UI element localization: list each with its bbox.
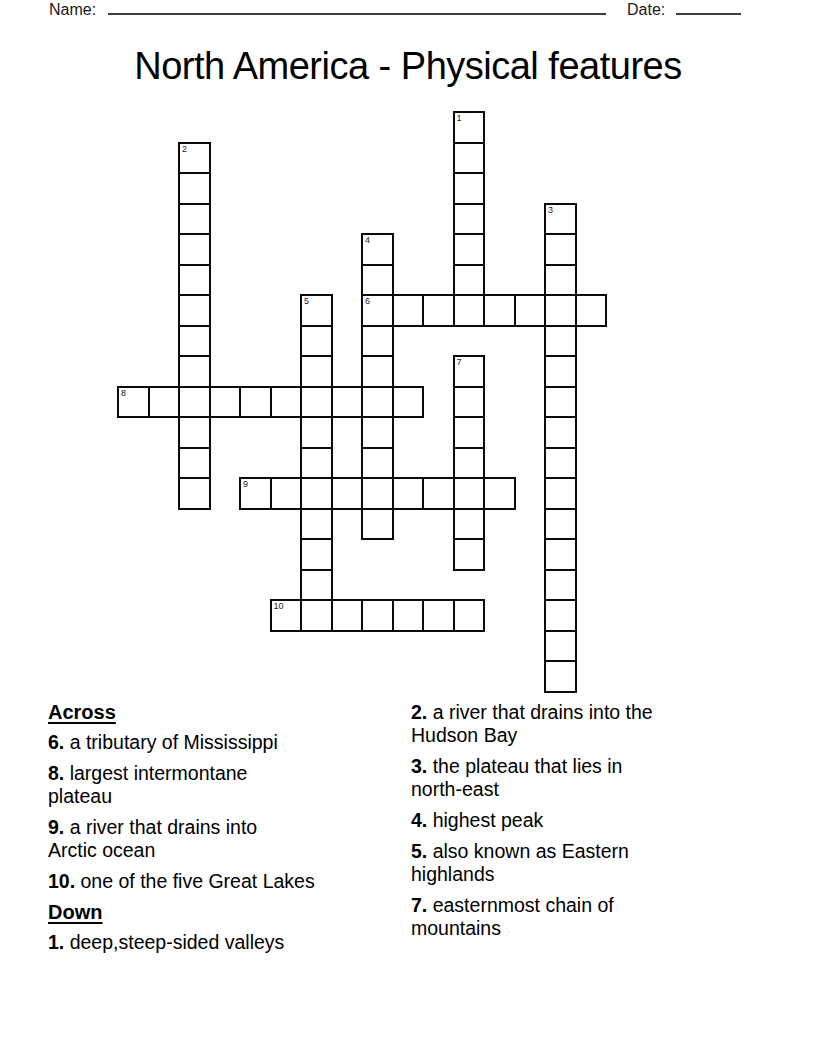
grid-cell[interactable] (544, 599, 577, 632)
grid-cell[interactable]: 6 (361, 294, 394, 327)
grid-cell[interactable]: 4 (361, 233, 394, 266)
clue-number: 7 (457, 357, 462, 368)
clue-list-number: 3. (411, 755, 427, 777)
clue-across-9: 9. a river that drains intoArctic ocean (48, 816, 400, 862)
grid-cell[interactable] (453, 264, 486, 297)
grid-cell[interactable] (361, 325, 394, 358)
grid-cell[interactable] (453, 233, 486, 266)
grid-cell[interactable] (300, 508, 333, 541)
grid-cell[interactable] (361, 264, 394, 297)
across-clue-list: 6. a tributary of Mississippi8. largest … (48, 731, 400, 893)
grid-cell[interactable] (178, 203, 211, 236)
grid-cell[interactable] (209, 386, 242, 419)
date-label: Date: (627, 1, 665, 19)
clue-number: 2 (182, 144, 187, 155)
clue-number: 8 (121, 388, 126, 399)
grid-cell[interactable] (178, 386, 211, 419)
grid-cell[interactable] (178, 325, 211, 358)
grid-cell[interactable]: 5 (300, 294, 333, 327)
grid-cell[interactable] (300, 447, 333, 480)
grid-cell[interactable] (483, 477, 516, 510)
grid-cell[interactable] (361, 416, 394, 449)
clue-down-2: 2. a river that drains into theHudson Ba… (411, 701, 751, 747)
grid-cell[interactable] (544, 325, 577, 358)
grid-cell[interactable]: 1 (453, 111, 486, 144)
grid-cell[interactable] (453, 172, 486, 205)
clue-number: 9 (243, 479, 248, 490)
grid-cell[interactable] (300, 538, 333, 571)
grid-cell[interactable] (361, 447, 394, 480)
grid-cell[interactable] (361, 599, 394, 632)
grid-cell[interactable] (453, 416, 486, 449)
clue-text-line: 3. the plateau that lies in (411, 755, 751, 778)
grid-cell[interactable] (453, 386, 486, 419)
grid-cell[interactable] (544, 630, 577, 663)
clue-down-3: 3. the plateau that lies innorth-east (411, 755, 751, 801)
clue-text-line: plateau (48, 785, 400, 808)
clue-list-number: 9. (48, 816, 64, 838)
grid-cell[interactable] (392, 386, 425, 419)
clue-list-number: 8. (48, 762, 64, 784)
name-label: Name: (49, 1, 96, 19)
grid-cell[interactable]: 8 (117, 386, 150, 419)
clue-text-line: Arctic ocean (48, 839, 400, 862)
clue-down-7: 7. easternmost chain ofmountains (411, 894, 751, 940)
clue-list-number: 6. (48, 731, 64, 753)
clue-across-10: 10. one of the five Great Lakes (48, 870, 400, 893)
grid-cell[interactable] (178, 447, 211, 480)
grid-cell[interactable] (422, 599, 455, 632)
grid-cell[interactable] (361, 355, 394, 388)
down-clue-list-left: 1. deep,steep-sided valleys (48, 931, 400, 954)
name-blank-line[interactable] (108, 13, 606, 15)
clue-number: 10 (274, 601, 284, 612)
grid-cell[interactable] (453, 477, 486, 510)
clues-right-column: 2. a river that drains into theHudson Ba… (411, 701, 751, 948)
grid-cell[interactable] (178, 416, 211, 449)
clue-number: 1 (457, 113, 462, 124)
grid-cell[interactable] (453, 294, 486, 327)
grid-cell[interactable] (453, 538, 486, 571)
grid-cell[interactable] (178, 264, 211, 297)
grid-cell[interactable] (392, 599, 425, 632)
grid-cell[interactable] (239, 386, 272, 419)
clue-text-line: 8. largest intermontane (48, 762, 400, 785)
grid-cell[interactable] (453, 508, 486, 541)
grid-cell[interactable] (361, 477, 394, 510)
grid-cell[interactable] (178, 172, 211, 205)
clue-text-line: 4. highest peak (411, 809, 751, 832)
clue-text-line: 7. easternmost chain of (411, 894, 751, 917)
grid-cell[interactable]: 10 (270, 599, 303, 632)
grid-cell[interactable] (514, 294, 547, 327)
grid-cell[interactable] (392, 294, 425, 327)
grid-cell[interactable] (178, 477, 211, 510)
grid-cell[interactable] (453, 142, 486, 175)
clue-across-6: 6. a tributary of Mississippi (48, 731, 400, 754)
clue-text-line: 10. one of the five Great Lakes (48, 870, 400, 893)
grid-cell[interactable] (544, 508, 577, 541)
clue-number: 4 (365, 235, 370, 246)
clue-text-line: north-east (411, 778, 751, 801)
clues-left-column: Across 6. a tributary of Mississippi8. l… (48, 701, 400, 962)
grid-cell[interactable] (361, 508, 394, 541)
grid-cell[interactable] (544, 386, 577, 419)
clue-text-line: 2. a river that drains into the (411, 701, 751, 724)
puzzle-title: North America - Physical features (0, 44, 816, 88)
clue-down-4: 4. highest peak (411, 809, 751, 832)
grid-cell[interactable] (361, 386, 394, 419)
clue-text-line: 5. also known as Eastern (411, 840, 751, 863)
grid-cell[interactable]: 9 (239, 477, 272, 510)
clue-list-number: 5. (411, 840, 427, 862)
grid-cell[interactable] (300, 325, 333, 358)
grid-cell[interactable] (575, 294, 608, 327)
grid-cell[interactable] (544, 660, 577, 693)
grid-cell[interactable] (331, 599, 364, 632)
worksheet-page: Name: Date: North America - Physical fea… (0, 0, 816, 1056)
clue-number: 3 (548, 205, 553, 216)
clue-text-line: 1. deep,steep-sided valleys (48, 931, 400, 954)
clue-list-number: 1. (48, 931, 64, 953)
grid-cell[interactable] (178, 294, 211, 327)
grid-cell[interactable] (178, 355, 211, 388)
grid-cell[interactable]: 3 (544, 203, 577, 236)
grid-cell[interactable] (544, 264, 577, 297)
clue-list-number: 2. (411, 701, 427, 723)
grid-cell[interactable] (422, 294, 455, 327)
grid-cell[interactable] (148, 386, 181, 419)
grid-cell[interactable] (544, 294, 577, 327)
grid-cell[interactable] (453, 599, 486, 632)
clue-down-1: 1. deep,steep-sided valleys (48, 931, 400, 954)
grid-cell[interactable] (544, 355, 577, 388)
grid-cell[interactable] (453, 447, 486, 480)
grid-cell[interactable] (453, 203, 486, 236)
clue-list-number: 10. (48, 870, 75, 892)
clue-text-line: Hudson Bay (411, 724, 751, 747)
grid-cell[interactable] (300, 599, 333, 632)
grid-cell[interactable] (300, 477, 333, 510)
clue-list-number: 4. (411, 809, 427, 831)
grid-cell[interactable] (544, 233, 577, 266)
grid-cell[interactable] (331, 477, 364, 510)
date-blank-line[interactable] (676, 13, 741, 15)
grid-cell[interactable] (270, 477, 303, 510)
clue-across-8: 8. largest intermontaneplateau (48, 762, 400, 808)
clue-down-5: 5. also known as Easternhighlands (411, 840, 751, 886)
clue-text-line: highlands (411, 863, 751, 886)
grid-cell[interactable] (300, 416, 333, 449)
clue-number: 5 (304, 296, 309, 307)
grid-cell[interactable] (544, 477, 577, 510)
clue-list-number: 7. (411, 894, 427, 916)
grid-cell[interactable] (331, 386, 364, 419)
grid-cell[interactable] (270, 386, 303, 419)
grid-cell[interactable] (544, 447, 577, 480)
clue-text-line: 6. a tributary of Mississippi (48, 731, 400, 754)
grid-cell[interactable]: 7 (453, 355, 486, 388)
grid-cell[interactable] (422, 477, 455, 510)
crossword-grid: 12345678910 (117, 111, 607, 693)
down-clue-list-right: 2. a river that drains into theHudson Ba… (411, 701, 751, 940)
down-heading: Down (48, 901, 400, 924)
grid-cell[interactable] (178, 233, 211, 266)
across-heading: Across (48, 701, 400, 724)
grid-cell[interactable] (544, 538, 577, 571)
grid-cell[interactable] (544, 569, 577, 602)
clue-text-line: mountains (411, 917, 751, 940)
grid-cell[interactable] (483, 294, 516, 327)
grid-cell[interactable] (544, 416, 577, 449)
clue-text-line: 9. a river that drains into (48, 816, 400, 839)
grid-cell[interactable] (300, 386, 333, 419)
grid-cell[interactable] (300, 569, 333, 602)
clue-number: 6 (365, 296, 370, 307)
grid-cell[interactable] (300, 355, 333, 388)
grid-cell[interactable]: 2 (178, 142, 211, 175)
grid-cell[interactable] (392, 477, 425, 510)
